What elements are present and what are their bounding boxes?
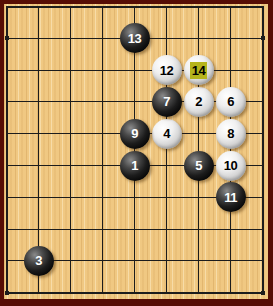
star-point [261,291,265,295]
move-number: 9 [120,119,150,149]
move-number: 13 [120,23,150,53]
move-number: 5 [184,151,214,181]
grid-line-horizontal [6,70,264,71]
board-frame: 1234567891011121314 [0,0,273,306]
stone-black-13: 13 [120,23,150,53]
star-point [5,36,9,40]
star-point [5,291,9,295]
move-number: 1 [120,151,150,181]
grid-line-horizontal [6,292,264,294]
move-number: 6 [216,87,246,117]
stone-black-1: 1 [120,151,150,181]
move-number: 4 [152,119,182,149]
move-number: 3 [24,246,54,276]
stone-white-12: 12 [152,55,182,85]
stone-black-5: 5 [184,151,214,181]
move-number: 14 [184,55,214,85]
stone-black-3: 3 [24,246,54,276]
stone-white-10: 10 [216,151,246,181]
move-number: 2 [184,87,214,117]
stone-white-6: 6 [216,87,246,117]
go-diagram: 1234567891011121314 [0,0,273,306]
move-number: 10 [216,151,246,181]
grid-line-vertical [6,6,8,294]
stone-black-11: 11 [216,182,246,212]
move-number: 8 [216,119,246,149]
grid-line-horizontal [6,6,264,8]
stone-black-7: 7 [152,87,182,117]
grid-line-vertical [70,6,71,294]
stone-white-4: 4 [152,119,182,149]
grid-line-vertical [166,6,167,294]
grid-line-horizontal [6,229,264,230]
move-number: 11 [216,182,246,212]
star-point [261,36,265,40]
stone-white-8: 8 [216,119,246,149]
grid-line-vertical [262,6,264,294]
grid-line-vertical [102,6,103,294]
stone-white-14: 14 [184,55,214,85]
go-board[interactable]: 1234567891011121314 [4,4,268,299]
stone-black-9: 9 [120,119,150,149]
move-number: 12 [152,55,182,85]
stone-white-2: 2 [184,87,214,117]
move-number: 7 [152,87,182,117]
